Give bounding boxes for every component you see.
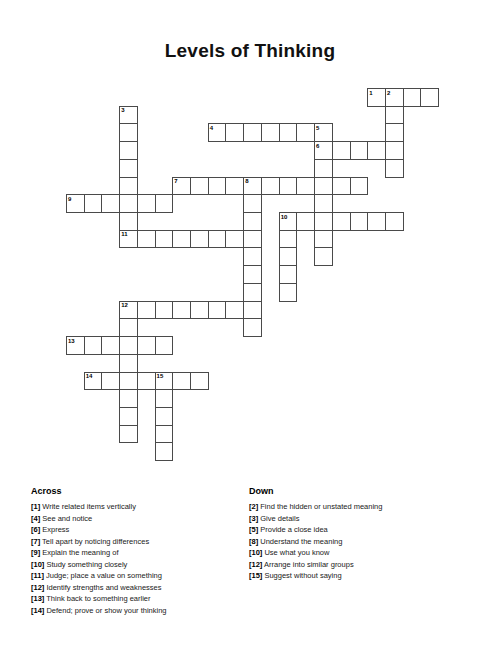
cell-clue-number: 5 [316, 125, 319, 131]
clue-item-number: [4] [31, 514, 40, 523]
grid-cell[interactable] [350, 177, 369, 196]
crossword-grid: 124567891011121314153 [66, 88, 456, 473]
grid-cell[interactable] [137, 230, 156, 249]
clue-item-text: Provide a close idea [258, 525, 328, 534]
clue-item-number: [12] [249, 560, 262, 569]
grid-cell[interactable] [155, 230, 174, 249]
clue-item-number: [1] [31, 502, 40, 511]
grid-cell[interactable] [385, 106, 404, 125]
grid-cell[interactable] [137, 336, 156, 355]
grid-cell[interactable] [261, 177, 280, 196]
grid-cell[interactable] [243, 318, 262, 337]
grid-cell[interactable] [119, 123, 138, 142]
grid-cell[interactable] [314, 159, 333, 178]
grid-cell[interactable] [119, 407, 138, 426]
down-clue-list: [2] Find the hidden or unstated meaning[… [249, 501, 382, 582]
grid-cell[interactable] [137, 372, 156, 391]
grid-cell[interactable]: 11 [119, 230, 138, 249]
grid-cell[interactable] [119, 336, 138, 355]
cell-clue-number: 2 [387, 90, 390, 96]
grid-cell[interactable] [243, 247, 262, 266]
grid-cell[interactable] [190, 372, 209, 391]
down-header: Down [249, 486, 382, 496]
clue-item-text: Give details [258, 514, 299, 523]
clue-item: [11] Judge; place a value on something [31, 570, 167, 582]
grid-cell[interactable] [119, 372, 138, 391]
page-title: Levels of Thinking [0, 40, 500, 62]
clue-item-number: [2] [249, 502, 258, 511]
clue-item-text: Find the hidden or unstated meaning [258, 502, 382, 511]
grid-cell[interactable] [225, 123, 244, 142]
cell-clue-number: 3 [121, 107, 124, 113]
grid-cell[interactable] [261, 123, 280, 142]
clue-item-text: See and notice [40, 514, 92, 523]
grid-cell[interactable] [314, 177, 333, 196]
clue-item: [8] Understand the meaning [249, 536, 382, 548]
grid-cell[interactable] [137, 301, 156, 320]
clue-item-text: Explain the meaning of [40, 548, 118, 557]
across-clues-section: Across [1] Write related items verticall… [31, 486, 167, 616]
crossword-page: Levels of Thinking 124567891011121314153… [0, 0, 500, 647]
grid-cell[interactable]: 7 [172, 177, 191, 196]
clue-item-text: Arrange into similar groups [262, 560, 353, 569]
grid-cell[interactable] [119, 159, 138, 178]
grid-cell[interactable] [84, 336, 103, 355]
grid-cell[interactable] [332, 141, 351, 160]
clue-item: [10] Use what you know [249, 547, 382, 559]
clue-item-text: Understand the meaning [258, 537, 342, 546]
clue-item-number: [14] [31, 606, 44, 615]
grid-cell[interactable]: 12 [119, 301, 138, 320]
clue-item: [2] Find the hidden or unstated meaning [249, 501, 382, 513]
grid-cell[interactable]: 14 [84, 372, 103, 391]
grid-cell[interactable] [385, 123, 404, 142]
grid-cell[interactable] [279, 247, 298, 266]
grid-cell[interactable] [385, 212, 404, 231]
grid-cell[interactable]: 5 [314, 123, 333, 142]
grid-cell[interactable] [208, 301, 227, 320]
cell-clue-number: 12 [121, 302, 128, 308]
grid-cell[interactable] [279, 177, 298, 196]
grid-cell[interactable]: 2 [385, 88, 404, 107]
clue-item: [14] Defend; prove or show your thinking [31, 605, 167, 617]
grid-cell[interactable] [385, 159, 404, 178]
grid-cell[interactable] [314, 230, 333, 249]
grid-cell[interactable] [172, 301, 191, 320]
clue-item-text: Study something closely [44, 560, 127, 569]
grid-cell[interactable] [101, 372, 120, 391]
cell-clue-number: 13 [68, 338, 75, 344]
grid-cell[interactable] [119, 318, 138, 337]
grid-cell[interactable] [385, 141, 404, 160]
grid-cell[interactable] [243, 194, 262, 213]
cell-clue-number: 7 [174, 178, 177, 184]
clue-item-text: Judge; place a value on something [44, 571, 162, 580]
clue-item: [12] Arrange into similar groups [249, 559, 382, 571]
grid-cell[interactable]: 13 [66, 336, 85, 355]
grid-cell[interactable]: 3 [119, 106, 138, 125]
grid-cell[interactable] [208, 230, 227, 249]
grid-cell[interactable] [225, 230, 244, 249]
grid-cell[interactable] [314, 247, 333, 266]
grid-cell[interactable] [243, 123, 262, 142]
cell-clue-number: 4 [210, 125, 213, 131]
clue-item: [15] Suggest without saying [249, 570, 382, 582]
clue-item: [13] Think back to something earlier [31, 593, 167, 605]
cell-clue-number: 15 [157, 373, 164, 379]
cell-clue-number: 14 [86, 373, 93, 379]
grid-cell[interactable] [296, 123, 315, 142]
grid-cell[interactable] [279, 265, 298, 284]
clue-item: [6] Express [31, 524, 167, 536]
grid-cell[interactable] [225, 301, 244, 320]
grid-cell[interactable]: 8 [243, 177, 262, 196]
clue-item-number: [7] [31, 537, 40, 546]
grid-cell[interactable] [296, 212, 315, 231]
grid-cell[interactable] [279, 230, 298, 249]
clue-item-number: [3] [249, 514, 258, 523]
grid-cell[interactable] [172, 230, 191, 249]
grid-cell[interactable] [403, 88, 422, 107]
clue-item: [10] Study something closely [31, 559, 167, 571]
clue-item-text: Defend; prove or show your thinking [44, 606, 166, 615]
clue-item-number: [9] [31, 548, 40, 557]
grid-cell[interactable] [208, 177, 227, 196]
clue-item: [5] Provide a close idea [249, 524, 382, 536]
grid-cell[interactable] [119, 354, 138, 373]
cell-clue-number: 11 [121, 231, 127, 237]
grid-cell[interactable] [190, 177, 209, 196]
clue-item-text: Identify strengths and weaknesses [44, 583, 161, 592]
grid-cell[interactable] [119, 212, 138, 231]
cell-clue-number: 8 [245, 178, 248, 184]
clue-item-text: Use what you know [262, 548, 329, 557]
clue-item: [12] Identify strengths and weaknesses [31, 582, 167, 594]
clue-item: [3] Give details [249, 513, 382, 525]
grid-cell[interactable] [137, 194, 156, 213]
clue-item-number: [6] [31, 525, 40, 534]
grid-cell[interactable] [420, 88, 439, 107]
grid-cell[interactable] [190, 230, 209, 249]
grid-cell[interactable] [350, 141, 369, 160]
grid-cell[interactable] [155, 425, 174, 444]
grid-cell[interactable] [119, 194, 138, 213]
grid-cell[interactable] [367, 141, 386, 160]
grid-cell[interactable] [84, 194, 103, 213]
clue-item: [7] Tell apart by noticing differences [31, 536, 167, 548]
across-clue-list: [1] Write related items vertically[4] Se… [31, 501, 167, 616]
grid-cell[interactable] [155, 336, 174, 355]
grid-cell[interactable] [243, 230, 262, 249]
grid-cell[interactable]: 6 [314, 141, 333, 160]
clue-item-number: [11] [31, 571, 44, 580]
clue-item-number: [13] [31, 594, 44, 603]
grid-cell[interactable] [314, 212, 333, 231]
grid-cell[interactable]: 4 [208, 123, 227, 142]
cell-clue-number: 10 [281, 214, 288, 220]
grid-cell[interactable] [279, 123, 298, 142]
grid-cell[interactable] [243, 265, 262, 284]
grid-cell[interactable] [279, 283, 298, 302]
clue-item-text: Think back to something earlier [44, 594, 150, 603]
clue-item-number: [8] [249, 537, 258, 546]
clue-item-number: [12] [31, 583, 44, 592]
grid-cell[interactable] [101, 194, 120, 213]
clue-item: [4] See and notice [31, 513, 167, 525]
down-clues-section: Down [2] Find the hidden or unstated mea… [249, 486, 382, 582]
clue-item-number: [10] [249, 548, 262, 557]
grid-cell[interactable] [243, 301, 262, 320]
clue-item-text: Write related items vertically [40, 502, 136, 511]
clue-item-number: [15] [249, 571, 262, 580]
grid-cell[interactable]: 9 [66, 194, 85, 213]
grid-cell[interactable] [314, 194, 333, 213]
across-header: Across [31, 486, 167, 496]
grid-cell[interactable] [119, 425, 138, 444]
clue-item-text: Express [40, 525, 69, 534]
cell-clue-number: 1 [369, 90, 372, 96]
grid-cell[interactable] [350, 212, 369, 231]
grid-cell[interactable] [332, 177, 351, 196]
grid-cell[interactable] [332, 212, 351, 231]
cell-clue-number: 9 [68, 196, 71, 202]
grid-cell[interactable] [225, 177, 244, 196]
grid-cell[interactable] [243, 283, 262, 302]
clue-item-number: [5] [249, 525, 258, 534]
grid-cell[interactable] [119, 141, 138, 160]
clue-item-text: Suggest without saying [262, 571, 341, 580]
clue-item: [1] Write related items vertically [31, 501, 167, 513]
grid-cell[interactable] [155, 194, 174, 213]
grid-cell[interactable] [119, 177, 138, 196]
grid-cell[interactable] [190, 301, 209, 320]
grid-cell[interactable] [243, 212, 262, 231]
grid-cell[interactable]: 15 [155, 372, 174, 391]
grid-cell[interactable]: 1 [367, 88, 386, 107]
grid-cell[interactable] [172, 372, 191, 391]
grid-cell[interactable] [155, 389, 174, 408]
cell-clue-number: 6 [316, 143, 319, 149]
clue-item-number: [10] [31, 560, 44, 569]
grid-cell[interactable] [367, 212, 386, 231]
grid-cell[interactable]: 10 [279, 212, 298, 231]
grid-cell[interactable] [296, 177, 315, 196]
grid-cell[interactable] [101, 336, 120, 355]
clue-item-text: Tell apart by noticing differences [40, 537, 149, 546]
grid-cell[interactable] [155, 442, 174, 461]
grid-cell[interactable] [155, 301, 174, 320]
grid-cell[interactable] [155, 407, 174, 426]
grid-cell[interactable] [119, 389, 138, 408]
clue-item: [9] Explain the meaning of [31, 547, 167, 559]
